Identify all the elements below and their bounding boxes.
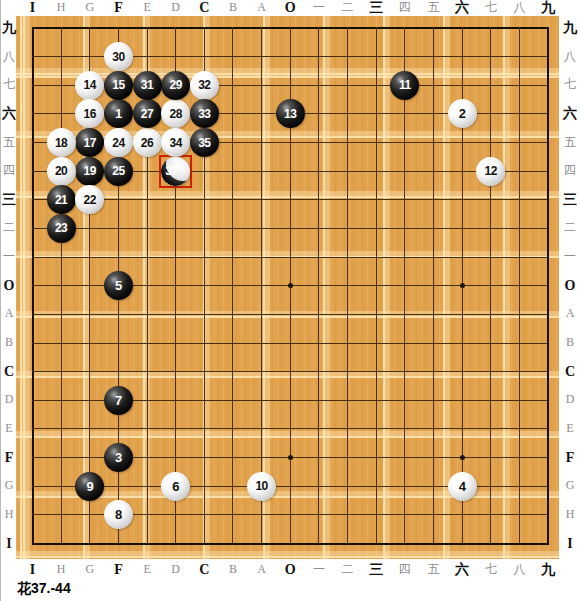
grid-line-horizontal (32, 371, 550, 372)
stone-move-2: 2 (448, 99, 477, 128)
stone-move-18: 18 (47, 128, 76, 157)
stone-move-13: 13 (276, 99, 305, 128)
coord-label: D (0, 392, 20, 407)
stone-number: 7 (104, 386, 133, 415)
stone-move-21: 21 (47, 185, 76, 214)
coord-label: H (559, 507, 580, 522)
stone-number: 32 (190, 71, 219, 100)
coord-label: I (22, 0, 44, 15)
coord-label: 六 (0, 106, 20, 121)
coord-label: E (0, 421, 20, 436)
coord-label: O (559, 278, 580, 293)
coord-label: 一 (308, 562, 330, 577)
stone-move-1: 1 (104, 99, 133, 128)
coord-label: G (559, 478, 580, 493)
coord-label: 六 (559, 106, 580, 121)
stone-number: 23 (47, 214, 76, 243)
stone-number: 25 (104, 157, 133, 186)
coord-label: 八 (508, 562, 530, 577)
grid-line-vertical (376, 27, 377, 545)
coord-label: D (165, 0, 187, 15)
coord-label: E (559, 421, 580, 436)
go-kifu-diagram: 花37.-44 IIHHGGFFEEDDCCBBAAOO一一二二三三四四五五六六… (0, 0, 580, 601)
coord-label: E (136, 562, 158, 577)
stone-number: 4 (448, 472, 477, 501)
stone-number: 20 (47, 157, 76, 186)
coord-label: C (193, 0, 215, 15)
grid-line-horizontal (32, 314, 550, 315)
coord-label: 七 (480, 562, 502, 577)
coord-label: 四 (559, 163, 580, 178)
stone-number: 13 (276, 99, 305, 128)
stone-number: 34 (161, 128, 190, 157)
coord-label: 五 (0, 135, 20, 150)
stone-number: 24 (104, 128, 133, 157)
coord-label: 五 (422, 562, 444, 577)
stone-move-35: 35 (190, 128, 219, 157)
stone-number: 14 (75, 71, 104, 100)
coord-label: 七 (480, 0, 502, 15)
stone-move-19: 19 (75, 157, 104, 186)
coord-label: H (50, 562, 72, 577)
coord-label: 八 (559, 49, 580, 64)
coord-label: I (0, 536, 20, 551)
coord-label: 三 (559, 192, 580, 207)
stone-move-29: 29 (161, 71, 190, 100)
grid-line-horizontal (32, 543, 550, 545)
stone-move-23: 23 (47, 214, 76, 243)
coord-label: 三 (365, 562, 387, 577)
stone-move-3: 3 (104, 443, 133, 472)
grid-line-vertical (347, 27, 348, 545)
grid-line-horizontal (32, 428, 550, 429)
coord-label: 六 (451, 562, 473, 577)
star-point (460, 283, 465, 288)
stone-number: 2 (448, 99, 477, 128)
stone-number: 5 (104, 271, 133, 300)
coord-label: O (0, 278, 20, 293)
stone-number: 17 (75, 128, 104, 157)
stone-number: 9 (75, 472, 104, 501)
stone-move-27: 27 (133, 99, 162, 128)
coord-label: 二 (337, 562, 359, 577)
star-point (460, 455, 465, 460)
coord-label: O (279, 562, 301, 577)
stone-move-37: 37 (161, 157, 190, 186)
stone-number: 8 (104, 500, 133, 529)
grid-line-vertical (404, 27, 405, 545)
coord-label: 四 (0, 163, 20, 178)
stone-move-8: 8 (104, 500, 133, 529)
stone-number: 37 (161, 157, 190, 186)
stone-move-28: 28 (161, 99, 190, 128)
coord-label: 九 (0, 20, 20, 35)
stone-move-7: 7 (104, 386, 133, 415)
stone-number: 27 (133, 99, 162, 128)
star-point (288, 283, 293, 288)
coord-label: 七 (0, 77, 20, 92)
stone-move-26: 26 (133, 128, 162, 157)
stone-number: 19 (75, 157, 104, 186)
stone-move-17: 17 (75, 128, 104, 157)
stone-number: 18 (47, 128, 76, 157)
stone-move-16: 16 (75, 99, 104, 128)
coord-label: A (559, 306, 580, 321)
coord-label: E (136, 0, 158, 15)
coord-label: 四 (394, 0, 416, 15)
coord-label: 七 (559, 77, 580, 92)
stone-number: 1 (104, 99, 133, 128)
stone-move-22: 22 (75, 185, 104, 214)
grid-line-vertical (433, 27, 434, 545)
coord-label: 五 (559, 135, 580, 150)
stone-move-15: 15 (104, 71, 133, 100)
coord-label: G (0, 478, 20, 493)
grid-line-vertical (490, 27, 491, 545)
stone-number: 15 (104, 71, 133, 100)
stone-move-32: 32 (190, 71, 219, 100)
coord-label: G (79, 562, 101, 577)
stone-move-24: 24 (104, 128, 133, 157)
coord-label: 二 (559, 220, 580, 235)
coord-label: C (559, 364, 580, 379)
stone-move-11: 11 (390, 71, 419, 100)
grid-line-vertical (547, 27, 549, 545)
coord-label: B (559, 335, 580, 350)
coord-label: B (222, 562, 244, 577)
coord-label: G (79, 0, 101, 15)
stone-number: 29 (161, 71, 190, 100)
coord-label: D (165, 562, 187, 577)
coord-label: 三 (0, 192, 20, 207)
coord-label: H (50, 0, 72, 15)
coord-label: I (22, 562, 44, 577)
coord-label: 二 (337, 0, 359, 15)
coord-label: A (251, 562, 273, 577)
stone-number: 26 (133, 128, 162, 157)
grid-line-vertical (519, 27, 520, 545)
stone-number: 6 (161, 472, 190, 501)
coord-label: D (559, 392, 580, 407)
coord-label: C (0, 364, 20, 379)
stone-number: 28 (161, 99, 190, 128)
stone-move-10: 10 (247, 472, 276, 501)
coord-label: B (222, 0, 244, 15)
coord-label: 四 (394, 562, 416, 577)
stone-move-25: 25 (104, 157, 133, 186)
coord-label: 一 (559, 249, 580, 264)
stone-number: 11 (390, 71, 419, 100)
coord-label: 五 (422, 0, 444, 15)
stone-move-33: 33 (190, 99, 219, 128)
stone-number: 33 (190, 99, 219, 128)
coord-label: 六 (451, 0, 473, 15)
coord-label: 三 (365, 0, 387, 15)
coord-label: F (107, 0, 129, 15)
stone-number: 16 (75, 99, 104, 128)
stone-move-20: 20 (47, 157, 76, 186)
coord-label: F (0, 450, 20, 465)
coord-label: 九 (537, 0, 559, 15)
coord-label: 八 (508, 0, 530, 15)
coord-label: 一 (0, 249, 20, 264)
stone-number: 12 (476, 157, 505, 186)
stone-number: 31 (133, 71, 162, 100)
coord-label: F (559, 450, 580, 465)
grid-line-horizontal (32, 343, 550, 344)
coord-label: C (193, 562, 215, 577)
stone-move-5: 5 (104, 271, 133, 300)
stone-number: 22 (75, 185, 104, 214)
coord-label: O (279, 0, 301, 15)
stone-number: 21 (47, 185, 76, 214)
stone-move-12: 12 (476, 157, 505, 186)
coord-label: A (0, 306, 20, 321)
coord-label: 九 (537, 562, 559, 577)
coord-label: 八 (0, 49, 20, 64)
diagram-caption: 花37.-44 (17, 580, 71, 598)
stone-number: 10 (247, 472, 276, 501)
coord-label: B (0, 335, 20, 350)
coord-label: 九 (559, 20, 580, 35)
coord-label: H (0, 507, 20, 522)
coord-label: I (559, 536, 580, 551)
grid-line-vertical (318, 27, 319, 545)
stone-move-9: 9 (75, 472, 104, 501)
coord-label: 二 (0, 220, 20, 235)
stone-number: 30 (104, 42, 133, 71)
coord-label: 一 (308, 0, 330, 15)
coord-label: F (107, 562, 129, 577)
stone-number: 35 (190, 128, 219, 157)
stone-move-6: 6 (161, 472, 190, 501)
stone-move-30: 30 (104, 42, 133, 71)
coord-label: A (251, 0, 273, 15)
stone-move-34: 34 (161, 128, 190, 157)
star-point (288, 455, 293, 460)
stone-move-4: 4 (448, 472, 477, 501)
stone-move-31: 31 (133, 71, 162, 100)
stone-number: 3 (104, 443, 133, 472)
stone-move-14: 14 (75, 71, 104, 100)
